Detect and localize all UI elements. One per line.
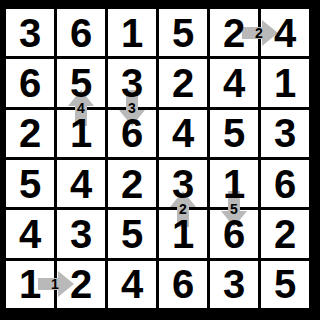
arrow-right-r1c5: 2: [242, 20, 278, 46]
cell-r1c4: 5: [159, 9, 207, 56]
cell-r5c1: 4: [6, 210, 54, 257]
cell-r5c3: 5: [108, 210, 156, 257]
cell-digit: 5: [274, 264, 296, 304]
cell-digit: 2: [172, 63, 194, 103]
cell-r2c5: 4: [210, 59, 258, 106]
cell-r2c6: 1: [261, 59, 309, 106]
cell-r2c2: 5: [57, 59, 105, 106]
cell-digit: 5: [70, 63, 92, 103]
cell-r5c6: 2: [261, 210, 309, 257]
cell-r4c5: 1: [210, 160, 258, 207]
cell-digit: 2: [19, 113, 41, 153]
cell-digit: 3: [274, 113, 296, 153]
cell-digit: 6: [121, 113, 143, 153]
cell-r1c3: 1: [108, 9, 156, 56]
cell-r4c3: 2: [108, 160, 156, 207]
cell-digit: 4: [70, 164, 92, 204]
cell-digit: 1: [172, 214, 194, 254]
cell-r2c1: 6: [6, 59, 54, 106]
cell-r3c3: 6: [108, 110, 156, 157]
cell-r2c3: 3: [108, 59, 156, 106]
cell-r4c6: 6: [261, 160, 309, 207]
cell-digit: 2: [274, 214, 296, 254]
cell-digit: 2: [223, 13, 245, 53]
cell-digit: 6: [70, 13, 92, 53]
cell-digit: 2: [121, 164, 143, 204]
cell-r1c1: 3: [6, 9, 54, 56]
cell-r3c2: 1: [57, 110, 105, 157]
cell-r3c6: 3: [261, 110, 309, 157]
cell-digit: 5: [19, 164, 41, 204]
cell-r3c4: 4: [159, 110, 207, 157]
cell-r5c2: 3: [57, 210, 105, 257]
cell-r3c5: 5: [210, 110, 258, 157]
cell-r5c5: 6: [210, 210, 258, 257]
cell-digit: 3: [223, 264, 245, 304]
cell-digit: 4: [223, 63, 245, 103]
arrow-label: 2: [255, 25, 263, 41]
cell-digit: 3: [70, 214, 92, 254]
cell-r2c4: 2: [159, 59, 207, 106]
puzzle-grid: 3615246532412164535423164351621246352432…: [6, 9, 309, 308]
arrow-right-r6c1: 1: [38, 271, 74, 297]
cell-digit: 1: [70, 113, 92, 153]
cell-digit: 4: [274, 13, 296, 53]
cell-digit: 3: [172, 164, 194, 204]
cell-r6c3: 4: [108, 261, 156, 308]
cell-digit: 3: [19, 13, 41, 53]
cell-r6c4: 6: [159, 261, 207, 308]
cell-digit: 6: [223, 214, 245, 254]
puzzle-image: 3615246532412164535423164351621246352432…: [0, 0, 320, 320]
cell-digit: 1: [121, 13, 143, 53]
cell-r4c1: 5: [6, 160, 54, 207]
cell-digit: 4: [19, 214, 41, 254]
cell-digit: 6: [172, 264, 194, 304]
cell-r4c4: 3: [159, 160, 207, 207]
cell-r4c2: 4: [57, 160, 105, 207]
cell-digit: 5: [172, 13, 194, 53]
cell-digit: 1: [223, 164, 245, 204]
cell-r5c4: 1: [159, 210, 207, 257]
cell-digit: 5: [121, 214, 143, 254]
cell-r3c1: 2: [6, 110, 54, 157]
cell-digit: 1: [19, 264, 41, 304]
cell-digit: 2: [70, 264, 92, 304]
cell-r1c2: 6: [57, 9, 105, 56]
cell-digit: 6: [274, 164, 296, 204]
cell-digit: 1: [274, 63, 296, 103]
cell-digit: 4: [172, 113, 194, 153]
cell-digit: 4: [121, 264, 143, 304]
cell-digit: 5: [223, 113, 245, 153]
cell-r6c6: 5: [261, 261, 309, 308]
cell-digit: 6: [19, 63, 41, 103]
cell-digit: 3: [121, 63, 143, 103]
cell-r6c5: 3: [210, 261, 258, 308]
arrow-label: 1: [51, 276, 59, 292]
